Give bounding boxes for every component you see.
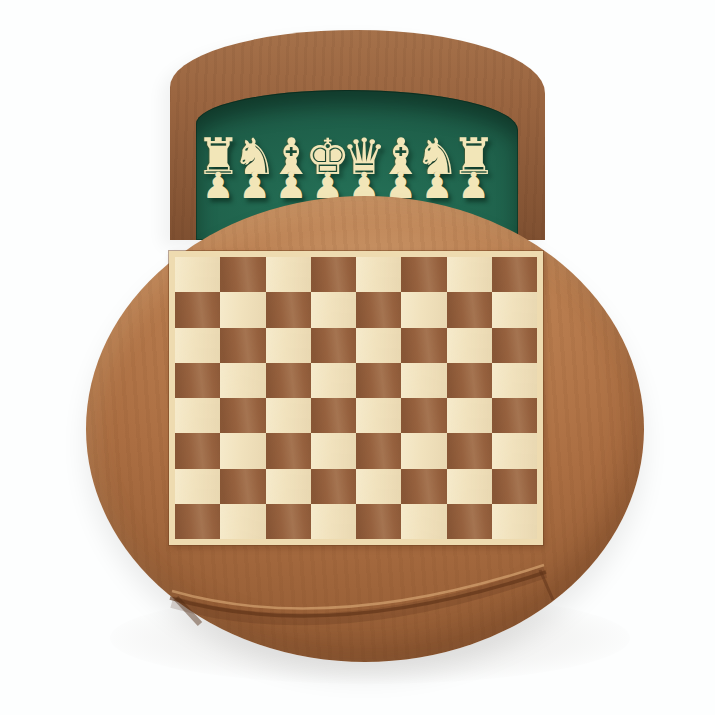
square-f2: [401, 469, 446, 504]
square-f5: [401, 363, 446, 398]
square-d3: [311, 433, 356, 468]
square-b1: [220, 504, 265, 539]
square-f8: [401, 257, 446, 292]
square-f7: [401, 292, 446, 327]
square-e8: [356, 257, 401, 292]
square-f3: [401, 433, 446, 468]
square-e2: [356, 469, 401, 504]
square-g5: [447, 363, 492, 398]
square-d8: [311, 257, 356, 292]
square-b2: [220, 469, 265, 504]
square-d4: [311, 398, 356, 433]
square-f4: [401, 398, 446, 433]
square-g6: [447, 328, 492, 363]
square-c8: [266, 257, 311, 292]
checker-grid: [175, 257, 537, 539]
square-a5: [175, 363, 220, 398]
square-e1: [356, 504, 401, 539]
square-h8: [492, 257, 537, 292]
square-b3: [220, 433, 265, 468]
square-a3: [175, 433, 220, 468]
square-e3: [356, 433, 401, 468]
square-e7: [356, 292, 401, 327]
square-h1: [492, 504, 537, 539]
square-g8: [447, 257, 492, 292]
square-b4: [220, 398, 265, 433]
square-c7: [266, 292, 311, 327]
square-e4: [356, 398, 401, 433]
drawer-piece-pawn: ♟: [237, 168, 274, 204]
product-photo: ♜♞♝♚♛♝♞♜ ♟♟♟♟♟♟♟♟: [0, 0, 715, 715]
drawer-piece-pawn: ♟: [419, 168, 456, 204]
square-c1: [266, 504, 311, 539]
square-c6: [266, 328, 311, 363]
square-e5: [356, 363, 401, 398]
square-h7: [492, 292, 537, 327]
drawer-piece-pawn: ♟: [200, 168, 237, 204]
checkerboard-inlay: [169, 251, 543, 545]
square-g3: [447, 433, 492, 468]
square-a4: [175, 398, 220, 433]
square-g2: [447, 469, 492, 504]
square-f1: [401, 504, 446, 539]
square-e6: [356, 328, 401, 363]
square-h5: [492, 363, 537, 398]
square-f6: [401, 328, 446, 363]
square-g1: [447, 504, 492, 539]
square-h4: [492, 398, 537, 433]
square-h2: [492, 469, 537, 504]
square-a2: [175, 469, 220, 504]
drawer-piece-pawn: ♟: [273, 168, 310, 204]
square-g7: [447, 292, 492, 327]
square-a6: [175, 328, 220, 363]
square-b8: [220, 257, 265, 292]
square-b5: [220, 363, 265, 398]
square-a7: [175, 292, 220, 327]
drawer-piece-pawn: ♟: [456, 168, 493, 204]
square-d7: [311, 292, 356, 327]
square-d6: [311, 328, 356, 363]
square-g4: [447, 398, 492, 433]
square-a1: [175, 504, 220, 539]
square-c5: [266, 363, 311, 398]
square-d5: [311, 363, 356, 398]
square-a8: [175, 257, 220, 292]
square-h3: [492, 433, 537, 468]
square-c3: [266, 433, 311, 468]
square-h6: [492, 328, 537, 363]
square-b7: [220, 292, 265, 327]
square-d2: [311, 469, 356, 504]
square-b6: [220, 328, 265, 363]
square-c2: [266, 469, 311, 504]
square-c4: [266, 398, 311, 433]
square-d1: [311, 504, 356, 539]
